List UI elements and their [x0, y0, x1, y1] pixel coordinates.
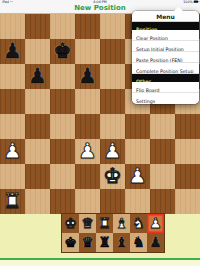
square-g1[interactable]	[150, 189, 175, 214]
piece-white-king: ♚	[100, 164, 125, 189]
piece-black-pawn: ♟	[25, 64, 50, 89]
square-d1[interactable]	[75, 189, 100, 214]
square-c2[interactable]	[50, 164, 75, 189]
square-d7[interactable]	[75, 39, 100, 64]
square-c8[interactable]	[50, 14, 75, 39]
menu-item-flip-board[interactable]: Flip Board	[132, 82, 199, 93]
piece-white-bishop: ♝	[113, 214, 130, 233]
tray-cell-bq[interactable]: ♛	[79, 233, 96, 252]
square-a6[interactable]	[0, 64, 25, 89]
square-c1[interactable]	[50, 189, 75, 214]
square-h2[interactable]	[175, 164, 200, 189]
menu-section-other: Other	[132, 74, 199, 82]
square-c5[interactable]	[50, 89, 75, 114]
piece-black-knight: ♞	[130, 233, 147, 252]
square-a3[interactable]: ♟	[0, 139, 25, 164]
piece-white-pawn: ♟	[147, 214, 164, 233]
tray-cell-wb[interactable]: ♝	[113, 214, 130, 233]
piece-black-rook: ♜	[96, 233, 113, 252]
menu-popover: Menu Position Clear Position Setup Initi…	[132, 11, 199, 104]
tray-cell-wn[interactable]: ♞	[130, 214, 147, 233]
square-c3[interactable]	[50, 139, 75, 164]
menu-title: Menu	[132, 11, 199, 22]
piece-black-bishop: ♝	[113, 233, 130, 252]
square-d4[interactable]	[75, 114, 100, 139]
tray-cell-wk[interactable]: ♚	[62, 214, 79, 233]
square-g3[interactable]	[150, 139, 175, 164]
square-h3[interactable]	[175, 139, 200, 164]
piece-black-king: ♚	[50, 39, 75, 64]
square-b3[interactable]	[25, 139, 50, 164]
tray-cell-wp[interactable]: ♟	[147, 214, 164, 233]
square-e7[interactable]	[100, 39, 125, 64]
piece-white-rook: ♜	[0, 189, 25, 214]
square-c7[interactable]: ♚	[50, 39, 75, 64]
tray-cell-wq[interactable]: ♛	[79, 214, 96, 233]
menu-item-setup-initial-position[interactable]: Setup Initial Position	[132, 41, 199, 52]
square-b6[interactable]: ♟	[25, 64, 50, 89]
tray-cell-bk[interactable]: ♚	[62, 233, 79, 252]
square-a1[interactable]: ♜	[0, 189, 25, 214]
square-b8[interactable]	[25, 14, 50, 39]
tray-cell-br[interactable]: ♜	[96, 233, 113, 252]
tray-cell-wr[interactable]: ♜	[96, 214, 113, 233]
square-a2[interactable]	[0, 164, 25, 189]
square-b1[interactable]	[25, 189, 50, 214]
square-h4[interactable]	[175, 114, 200, 139]
screen: iPad ◠ 4:04 PM 100% New Position ♜♟♚♟♟♟♟…	[0, 0, 200, 266]
square-e5[interactable]	[100, 89, 125, 114]
piece-white-pawn: ♟	[0, 139, 25, 164]
status-time: 4:04 PM	[93, 0, 106, 3]
piece-white-knight: ♞	[130, 214, 147, 233]
square-b5[interactable]	[25, 89, 50, 114]
square-d8[interactable]	[75, 14, 100, 39]
square-a4[interactable]	[0, 114, 25, 139]
piece-black-pawn: ♟	[147, 233, 164, 252]
piece-white-queen: ♛	[79, 214, 96, 233]
square-a8[interactable]	[0, 14, 25, 39]
footer: ♚♛♜♝♞♟♚♛♜♝♞♟	[0, 214, 200, 266]
menu-item-paste-position-fen[interactable]: Paste Position (FEN)	[132, 52, 199, 63]
square-b2[interactable]	[25, 164, 50, 189]
square-c4[interactable]	[50, 114, 75, 139]
piece-white-rook: ♜	[96, 214, 113, 233]
footer-lower-strip	[0, 260, 200, 266]
tray-cell-bp[interactable]: ♟	[147, 233, 164, 252]
square-a7[interactable]: ♟	[0, 39, 25, 64]
square-d2[interactable]	[75, 164, 100, 189]
square-e4[interactable]	[100, 114, 125, 139]
carrier-label: iPad ◠	[2, 0, 13, 3]
piece-white-pawn: ♟	[125, 164, 150, 189]
square-b4[interactable]	[25, 114, 50, 139]
square-g2[interactable]	[150, 164, 175, 189]
square-f2[interactable]: ♟	[125, 164, 150, 189]
square-b7[interactable]	[25, 39, 50, 64]
square-d5[interactable]	[75, 89, 100, 114]
square-d6[interactable]: ♟	[75, 64, 100, 89]
square-c6[interactable]	[50, 64, 75, 89]
square-f1[interactable]	[125, 189, 150, 214]
piece-tray[interactable]: ♚♛♜♝♞♟♚♛♜♝♞♟	[62, 214, 164, 252]
square-h1[interactable]	[175, 189, 200, 214]
square-f4[interactable]	[125, 114, 150, 139]
square-e3[interactable]: ♟	[100, 139, 125, 164]
menu-item-complete-position-setup[interactable]: Complete Position Setup	[132, 63, 199, 74]
piece-white-king: ♚	[62, 214, 79, 233]
piece-black-pawn: ♟	[75, 64, 100, 89]
piece-white-pawn: ♟	[75, 139, 100, 164]
menu-section-position: Position	[132, 22, 199, 30]
square-e1[interactable]	[100, 189, 125, 214]
square-f3[interactable]	[125, 139, 150, 164]
piece-white-pawn: ♟	[100, 139, 125, 164]
square-e2[interactable]: ♚	[100, 164, 125, 189]
square-a5[interactable]	[0, 89, 25, 114]
battery-icon	[194, 1, 198, 3]
battery-status: 100%	[183, 0, 198, 3]
menu-item-settings[interactable]: Settings	[132, 93, 199, 104]
square-e6[interactable]	[100, 64, 125, 89]
menu-item-clear-position[interactable]: Clear Position	[132, 30, 199, 41]
piece-black-king: ♚	[62, 233, 79, 252]
piece-black-pawn: ♟	[0, 39, 25, 64]
square-g4[interactable]	[150, 114, 175, 139]
square-e8[interactable]	[100, 14, 125, 39]
tray-cell-bn[interactable]: ♞	[130, 233, 147, 252]
square-d3[interactable]: ♟	[75, 139, 100, 164]
tray-cell-bb[interactable]: ♝	[113, 233, 130, 252]
piece-black-queen: ♛	[79, 233, 96, 252]
